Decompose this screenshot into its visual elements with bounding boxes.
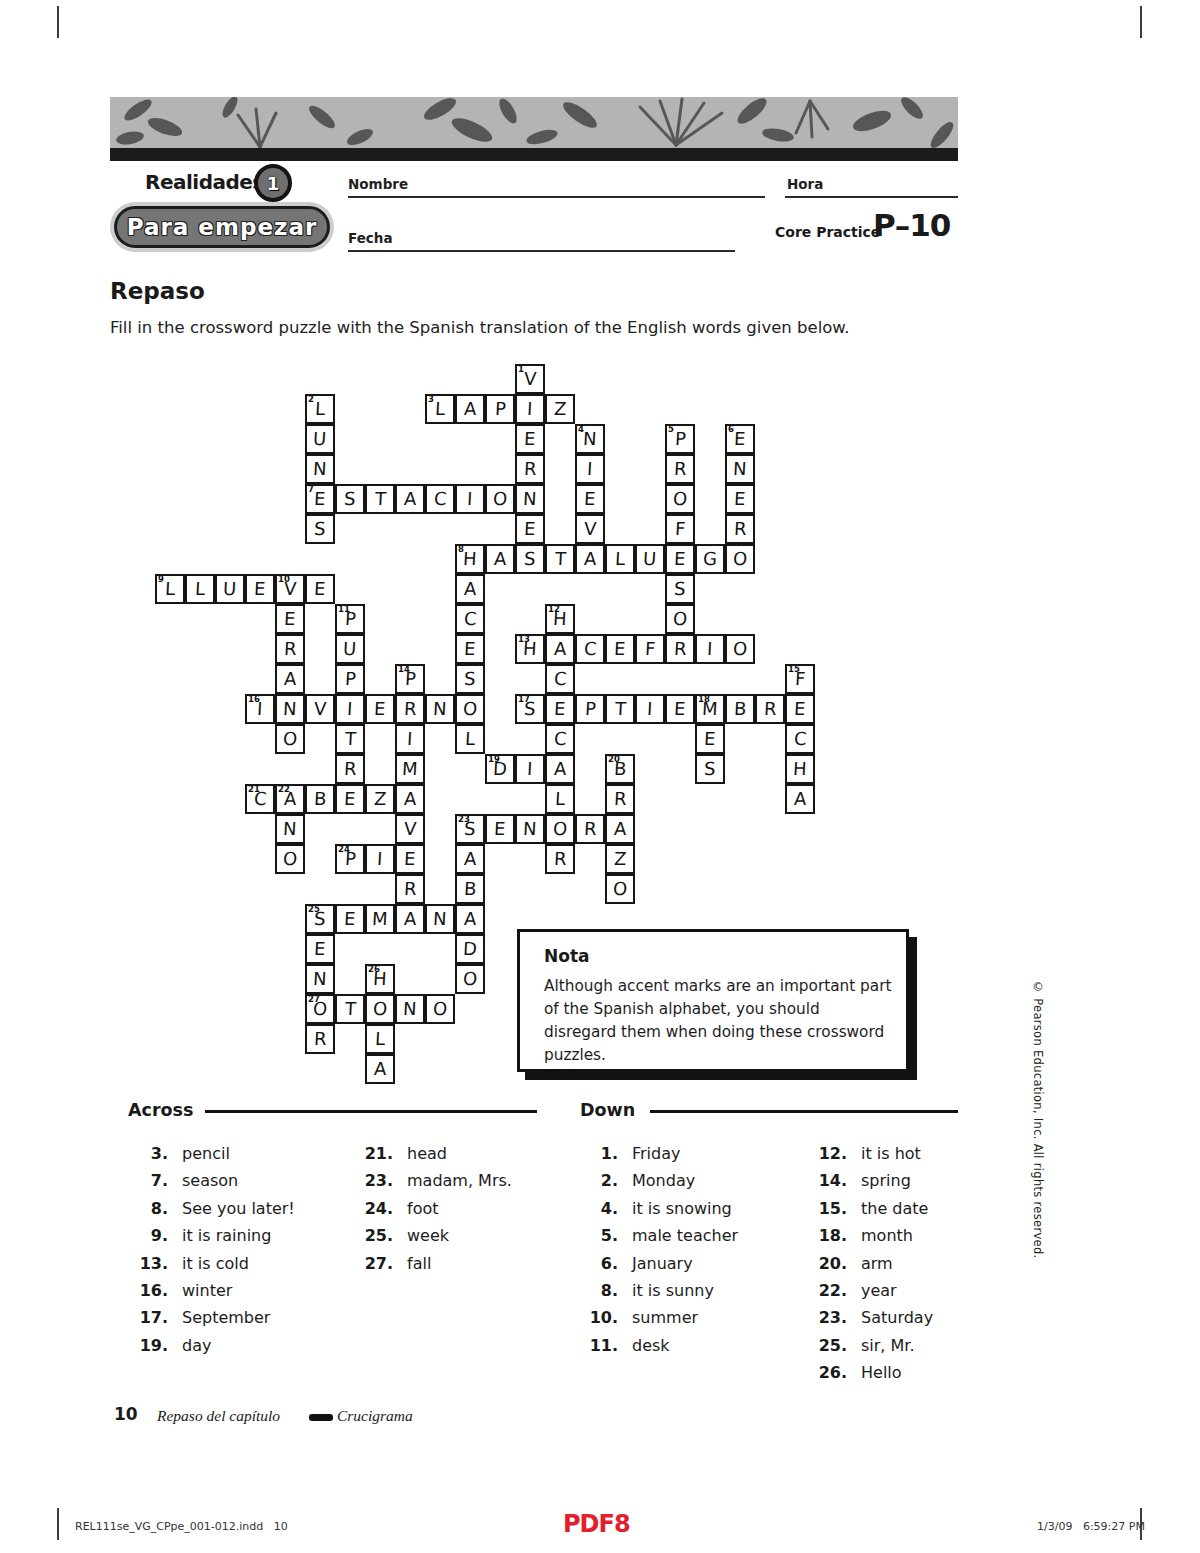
crossword-cell-r14c8[interactable]: A — [395, 784, 425, 814]
clue-item-text: January — [632, 1256, 693, 1272]
clue-item: 3.pencil — [128, 1146, 353, 1162]
clue-item-number: 23. — [807, 1310, 847, 1326]
cell-letter: R — [673, 460, 686, 478]
cell-letter: P — [344, 610, 356, 628]
cell-letter: I — [647, 700, 653, 718]
chapter-pill: Para empezar — [114, 206, 330, 248]
clue-item-number: 16. — [128, 1283, 168, 1299]
crossword-cell-r16c7[interactable]: I — [365, 844, 395, 874]
crossword-cell-r6c10[interactable]: 8H — [455, 544, 485, 574]
crossword-cell-r7c5[interactable]: E — [305, 574, 335, 604]
cell-letter: O — [732, 550, 747, 568]
crossword-cell-r4c7[interactable]: T — [365, 484, 395, 514]
cell-letter: U — [343, 640, 357, 658]
cell-letter: R — [523, 460, 536, 478]
clue-number: 2 — [308, 395, 314, 404]
nombre-input-line[interactable] — [348, 196, 765, 198]
crossword-cell-r8c13[interactable]: 12H — [545, 604, 575, 634]
crossword-cell-r14c3[interactable]: 21C — [245, 784, 275, 814]
clue-item-number: 26. — [807, 1365, 847, 1381]
clue-item-number: 20. — [807, 1256, 847, 1272]
crossword-cell-r11c3[interactable]: 16I — [245, 694, 275, 724]
clue-item: 8.it is sunny — [578, 1283, 803, 1299]
crossword-cell-r11c20[interactable]: R — [755, 694, 785, 724]
clue-item: 15.the date — [807, 1201, 1032, 1217]
crossword-cell-r6c12[interactable]: S — [515, 544, 545, 574]
crossword-cell-r4c5[interactable]: 7E — [305, 484, 335, 514]
nota-box: Nota Although accent marks are an import… — [517, 929, 909, 1072]
cell-letter: E — [344, 910, 356, 928]
across-clues-col-1: 3.pencil7.season8.See you later!9.it is … — [128, 1146, 353, 1365]
crossword-cell-r11c16[interactable]: I — [635, 694, 665, 724]
cell-letter: N — [283, 700, 297, 718]
cell-letter: C — [553, 730, 567, 748]
crossword-cell-r20c7[interactable]: 26H — [365, 964, 395, 994]
cell-letter: E — [314, 490, 326, 508]
crossword-cell-r22c5[interactable]: R — [305, 1024, 335, 1054]
core-practice-label: Core Practice — [775, 224, 880, 240]
cell-letter: A — [463, 580, 476, 598]
clue-item-number: 8. — [128, 1201, 168, 1217]
crossword-cell-r0c12[interactable]: 1V — [515, 364, 545, 394]
crossword-cell-r21c9[interactable]: O — [425, 994, 455, 1024]
crossword-cell-r11c18[interactable]: 18M — [695, 694, 725, 724]
crossword-cell-r1c12[interactable]: I — [515, 394, 545, 424]
cell-letter: N — [403, 1000, 417, 1018]
crossword-cell-r10c10[interactable]: S — [455, 664, 485, 694]
crossword-cell-r6c14[interactable]: A — [575, 544, 605, 574]
cell-letter: O — [732, 640, 747, 658]
cell-letter: F — [794, 670, 805, 688]
crossword-cell-r4c8[interactable]: A — [395, 484, 425, 514]
crossword-cell-r17c15[interactable]: O — [605, 874, 635, 904]
crossword-cell-r7c3[interactable]: E — [245, 574, 275, 604]
clue-item-text: arm — [861, 1256, 893, 1272]
crossword-cell-r1c11[interactable]: P — [485, 394, 515, 424]
header-black-bar — [110, 148, 958, 161]
crossword-cell-r18c7[interactable]: M — [365, 904, 395, 934]
crossword-cell-r5c5[interactable]: S — [305, 514, 335, 544]
crossword-cell-r9c10[interactable]: E — [455, 634, 485, 664]
crossword-cell-r11c14[interactable]: P — [575, 694, 605, 724]
cell-letter: E — [374, 700, 386, 718]
crossword-cell-r13c18[interactable]: S — [695, 754, 725, 784]
cell-letter: E — [314, 580, 326, 598]
crossword-cell-r13c21[interactable]: H — [785, 754, 815, 784]
crossword-cell-r21c7[interactable]: O — [365, 994, 395, 1024]
crossword-cell-r14c5[interactable]: B — [305, 784, 335, 814]
crossword-cell-r8c6[interactable]: 11P — [335, 604, 365, 634]
crossword-cell-r21c6[interactable]: T — [335, 994, 365, 1024]
fecha-input-line[interactable] — [348, 250, 735, 252]
crossword-cell-r3c19[interactable]: N — [725, 454, 755, 484]
crossword-cell-r20c10[interactable]: O — [455, 964, 485, 994]
crossword-cell-r5c19[interactable]: R — [725, 514, 755, 544]
crossword-cell-r11c13[interactable]: E — [545, 694, 575, 724]
cell-letter: S — [314, 520, 326, 538]
cell-letter: H — [523, 640, 537, 658]
cell-letter: N — [523, 820, 537, 838]
crossword-cell-r3c14[interactable]: I — [575, 454, 605, 484]
cell-letter: E — [314, 940, 326, 958]
crossword-cell-r15c12[interactable]: N — [515, 814, 545, 844]
crossword-cell-r2c19[interactable]: 6E — [725, 424, 755, 454]
cell-letter: I — [467, 490, 473, 508]
cell-letter: O — [612, 880, 627, 898]
crossword-cell-r14c13[interactable]: L — [545, 784, 575, 814]
crossword-cell-r2c5[interactable]: U — [305, 424, 335, 454]
cell-letter: T — [374, 490, 386, 508]
cell-letter: A — [463, 400, 476, 418]
down-clues-col-1: 1.Friday2.Monday4.it is snowing5.male te… — [578, 1146, 803, 1365]
crossword-cell-r4c19[interactable]: E — [725, 484, 755, 514]
clue-item-number: 25. — [807, 1338, 847, 1354]
crossword-cell-r11c17[interactable]: E — [665, 694, 695, 724]
cell-letter: R — [403, 880, 416, 898]
crossword-cell-r22c7[interactable]: L — [365, 1024, 395, 1054]
down-clues-col-2: 12.it is hot14.spring15.the date18.month… — [807, 1146, 1032, 1393]
cell-letter: U — [223, 580, 237, 598]
crossword-cell-r13c6[interactable]: R — [335, 754, 365, 784]
crossword-cell-r15c10[interactable]: 23S — [455, 814, 485, 844]
crossword-cell-r9c17[interactable]: R — [665, 634, 695, 664]
clue-item-text: month — [861, 1228, 913, 1244]
clue-item: 1.Friday — [578, 1146, 803, 1162]
crossword-cell-r14c21[interactable]: A — [785, 784, 815, 814]
crossword-cell-r6c16[interactable]: U — [635, 544, 665, 574]
crossword-cell-r11c6[interactable]: I — [335, 694, 365, 724]
crossword-cell-r4c6[interactable]: S — [335, 484, 365, 514]
cell-letter: E — [254, 580, 266, 598]
worksheet-page: Realidades 1 Para empezar Nombre Hora Fe… — [0, 0, 1200, 1553]
crossword-cell-r19c10[interactable]: D — [455, 934, 485, 964]
clue-item-text: sir, Mr. — [861, 1338, 915, 1354]
crossword-cell-r4c10[interactable]: I — [455, 484, 485, 514]
crossword-cell-r15c14[interactable]: R — [575, 814, 605, 844]
crossword-cell-r2c17[interactable]: 5P — [665, 424, 695, 454]
crossword-cell-r12c10[interactable]: L — [455, 724, 485, 754]
crossword-cell-r4c12[interactable]: N — [515, 484, 545, 514]
crossword-cell-r6c13[interactable]: T — [545, 544, 575, 574]
crossword-cell-r17c8[interactable]: R — [395, 874, 425, 904]
crossword-cell-r12c13[interactable]: C — [545, 724, 575, 754]
clue-item: 25.week — [353, 1228, 578, 1244]
cell-letter: L — [435, 400, 446, 418]
cell-letter: A — [793, 790, 806, 808]
clue-item-text: day — [182, 1338, 211, 1354]
crossword-cell-r3c17[interactable]: R — [665, 454, 695, 484]
clue-item-number: 25. — [353, 1228, 393, 1244]
cell-letter: Z — [613, 850, 626, 868]
crossword-cell-r7c2[interactable]: U — [215, 574, 245, 604]
dash-icon — [309, 1414, 333, 1421]
clue-item-number: 18. — [807, 1228, 847, 1244]
crossword-cell-r11c10[interactable]: O — [455, 694, 485, 724]
crossword-cell-r18c10[interactable]: A — [455, 904, 485, 934]
crossword-cell-r3c5[interactable]: N — [305, 454, 335, 484]
crossword-cell-r16c6[interactable]: 24P — [335, 844, 365, 874]
crossword-cell-r1c9[interactable]: 3L — [425, 394, 455, 424]
crossword-cell-r19c5[interactable]: E — [305, 934, 335, 964]
cell-letter: C — [583, 640, 597, 658]
cell-letter: U — [643, 550, 657, 568]
crossword-cell-r7c0[interactable]: 9L — [155, 574, 185, 604]
crossword-cell-r12c18[interactable]: E — [695, 724, 725, 754]
cell-letter: E — [734, 490, 746, 508]
crossword-cell-r10c13[interactable]: C — [545, 664, 575, 694]
crossword-cell-r16c4[interactable]: O — [275, 844, 305, 874]
crossword-cell-r9c18[interactable]: I — [695, 634, 725, 664]
crossword-cell-r10c6[interactable]: P — [335, 664, 365, 694]
crossword-cell-r11c15[interactable]: T — [605, 694, 635, 724]
crossword-cell-r11c12[interactable]: 17S — [515, 694, 545, 724]
cell-letter: A — [553, 640, 566, 658]
cell-letter: B — [613, 760, 626, 778]
crossword-cell-r9c13[interactable]: A — [545, 634, 575, 664]
cell-letter: A — [613, 820, 626, 838]
across-rule — [205, 1110, 537, 1113]
cell-letter: O — [372, 1000, 387, 1018]
crossword-cell-r13c11[interactable]: 19D — [485, 754, 515, 784]
crossword-cell-r16c10[interactable]: A — [455, 844, 485, 874]
cell-letter: O — [552, 820, 567, 838]
cell-letter: F — [644, 640, 655, 658]
clue-item-text: week — [407, 1228, 449, 1244]
cell-letter: E — [524, 430, 536, 448]
across-heading: Across — [128, 1100, 193, 1120]
crossword-cell-r15c13[interactable]: O — [545, 814, 575, 844]
crossword-cell-r17c10[interactable]: B — [455, 874, 485, 904]
clue-item: 23.madam, Mrs. — [353, 1173, 578, 1189]
clue-item: 22.year — [807, 1283, 1032, 1299]
crossword-cell-r9c15[interactable]: E — [605, 634, 635, 664]
practice-code: P–10 — [873, 207, 950, 243]
crossword-cell-r1c13[interactable]: Z — [545, 394, 575, 424]
crossword-cell-r11c4[interactable]: N — [275, 694, 305, 724]
crossword-cell-r12c4[interactable]: O — [275, 724, 305, 754]
cell-letter: C — [793, 730, 807, 748]
clue-item-number: 11. — [578, 1338, 618, 1354]
crossword-cell-r1c5[interactable]: 2L — [305, 394, 335, 424]
crossword-cell-r16c15[interactable]: Z — [605, 844, 635, 874]
clue-item-text: Hello — [861, 1365, 902, 1381]
crossword-cell-r10c21[interactable]: 15F — [785, 664, 815, 694]
crossword-cell-r11c5[interactable]: V — [305, 694, 335, 724]
clue-item-text: pencil — [182, 1146, 230, 1162]
crossword-cell-r12c21[interactable]: C — [785, 724, 815, 754]
clue-item: 7.season — [128, 1173, 353, 1189]
clue-item-number: 2. — [578, 1173, 618, 1189]
cell-letter: N — [583, 430, 597, 448]
cell-letter: A — [463, 850, 476, 868]
cell-letter: V — [283, 580, 296, 598]
crossword-cell-r6c15[interactable]: L — [605, 544, 635, 574]
crossword-cell-r13c12[interactable]: I — [515, 754, 545, 784]
clue-number: 3 — [428, 395, 434, 404]
crossword-cell-r11c21[interactable]: E — [785, 694, 815, 724]
crop-mark — [57, 6, 59, 38]
crossword-cell-r13c8[interactable]: M — [395, 754, 425, 784]
crossword-cell-r15c11[interactable]: E — [485, 814, 515, 844]
crossword-cell-r7c17[interactable]: S — [665, 574, 695, 604]
cell-letter: V — [583, 520, 596, 538]
crossword-cell-r13c13[interactable]: A — [545, 754, 575, 784]
crossword-cell-r7c10[interactable]: A — [455, 574, 485, 604]
cell-letter: R — [343, 760, 356, 778]
crossword-cell-r6c18[interactable]: G — [695, 544, 725, 574]
clue-item-number: 6. — [578, 1256, 618, 1272]
cell-letter: R — [583, 820, 596, 838]
crossword-cell-r14c6[interactable]: E — [335, 784, 365, 814]
cell-letter: Z — [553, 400, 566, 418]
crossword-cell-r18c8[interactable]: A — [395, 904, 425, 934]
cell-letter: A — [373, 1060, 386, 1078]
crossword-cell-r21c8[interactable]: N — [395, 994, 425, 1024]
print-timestamp: 1/3/09 6:59:27 PM — [1037, 1520, 1145, 1533]
copyright-sidebar: © Pearson Education, Inc. All rights res… — [1031, 980, 1045, 1310]
page-title: Repaso — [110, 278, 205, 304]
cell-letter: T — [344, 730, 356, 748]
crossword-cell-r7c4[interactable]: 10V — [275, 574, 305, 604]
cell-letter: E — [524, 520, 536, 538]
clue-item: 18.month — [807, 1228, 1032, 1244]
cell-letter: C — [253, 790, 267, 808]
crossword-cell-r11c19[interactable]: B — [725, 694, 755, 724]
crossword-cell-r10c8[interactable]: 14P — [395, 664, 425, 694]
crossword-cell-r18c9[interactable]: N — [425, 904, 455, 934]
crossword-cell-r8c10[interactable]: C — [455, 604, 485, 634]
crossword-cell-r13c15[interactable]: 20B — [605, 754, 635, 784]
clue-item-number: 27. — [353, 1256, 393, 1272]
crossword-cell-r9c12[interactable]: 13H — [515, 634, 545, 664]
clue-item: 10.summer — [578, 1310, 803, 1326]
cell-letter: S — [314, 910, 326, 928]
cell-letter: P — [404, 670, 416, 688]
crossword-cell-r18c6[interactable]: E — [335, 904, 365, 934]
clue-item-text: it is hot — [861, 1146, 921, 1162]
clue-item-number: 7. — [128, 1173, 168, 1189]
crossword-cell-r7c1[interactable]: L — [185, 574, 215, 604]
crossword-cell-r9c16[interactable]: F — [635, 634, 665, 664]
crossword-cell-r9c14[interactable]: C — [575, 634, 605, 664]
cell-letter: O — [492, 490, 507, 508]
crossword-cell-r1c10[interactable]: A — [455, 394, 485, 424]
crossword-cell-r9c4[interactable]: R — [275, 634, 305, 664]
nota-title: Nota — [544, 946, 884, 966]
cell-letter: I — [257, 700, 263, 718]
cell-letter: E — [734, 430, 746, 448]
crossword-cell-r16c8[interactable]: E — [395, 844, 425, 874]
footer-section: Repaso del capítulo — [157, 1407, 280, 1425]
cell-letter: C — [433, 490, 447, 508]
hora-input-line[interactable] — [785, 196, 958, 198]
crossword-cell-r14c4[interactable]: 22A — [275, 784, 305, 814]
crossword-cell-r10c4[interactable]: A — [275, 664, 305, 694]
clue-item-text: year — [861, 1283, 897, 1299]
crossword-cell-r16c13[interactable]: R — [545, 844, 575, 874]
cell-letter: I — [587, 460, 593, 478]
cell-letter: C — [463, 610, 477, 628]
cell-letter: H — [373, 970, 387, 988]
cell-letter: R — [673, 640, 686, 658]
crossword-cell-r6c19[interactable]: O — [725, 544, 755, 574]
crossword-cell-r14c15[interactable]: R — [605, 784, 635, 814]
crossword-cell-r20c5[interactable]: N — [305, 964, 335, 994]
clue-item: 24.foot — [353, 1201, 578, 1217]
brand-title: Realidades — [145, 170, 264, 194]
clue-item-text: Saturday — [861, 1310, 933, 1326]
crossword-cell-r4c11[interactable]: O — [485, 484, 515, 514]
cell-letter: M — [402, 760, 418, 778]
cell-letter: A — [493, 550, 506, 568]
crossword-cell-r12c6[interactable]: T — [335, 724, 365, 754]
crossword-cell-r23c7[interactable]: A — [365, 1054, 395, 1084]
crossword-cell-r6c17[interactable]: E — [665, 544, 695, 574]
cell-letter: S — [674, 580, 686, 598]
cell-letter: V — [313, 700, 326, 718]
crossword-cell-r12c8[interactable]: I — [395, 724, 425, 754]
crossword-cell-r9c6[interactable]: U — [335, 634, 365, 664]
crossword-cell-r11c7[interactable]: E — [365, 694, 395, 724]
cell-letter: T — [614, 700, 626, 718]
crossword-cell-r2c14[interactable]: 4N — [575, 424, 605, 454]
crossword-cell-r8c17[interactable]: O — [665, 604, 695, 634]
cell-letter: S — [704, 760, 716, 778]
cell-letter: N — [433, 700, 447, 718]
crossword-cell-r5c14[interactable]: V — [575, 514, 605, 544]
crossword-cell-r6c11[interactable]: A — [485, 544, 515, 574]
crossword-cell-r18c5[interactable]: 25S — [305, 904, 335, 934]
crossword-cell-r15c15[interactable]: A — [605, 814, 635, 844]
crossword-cell-r9c19[interactable]: O — [725, 634, 755, 664]
down-rule — [650, 1110, 958, 1113]
clue-number: 9 — [158, 575, 164, 584]
cell-letter: M — [702, 700, 718, 718]
crossword-cell-r11c9[interactable]: N — [425, 694, 455, 724]
clue-item: 23.Saturday — [807, 1310, 1032, 1326]
crossword-cell-r11c8[interactable]: R — [395, 694, 425, 724]
cell-letter: R — [283, 640, 296, 658]
crossword-cell-r14c7[interactable]: Z — [365, 784, 395, 814]
crossword-cell-r4c17[interactable]: O — [665, 484, 695, 514]
cell-letter: R — [313, 1030, 326, 1048]
cell-letter: O — [282, 730, 297, 748]
cell-letter: O — [282, 850, 297, 868]
clue-item-text: it is cold — [182, 1256, 249, 1272]
crossword-cell-r5c17[interactable]: F — [665, 514, 695, 544]
clue-item-text: See you later! — [182, 1201, 295, 1217]
clue-item-number: 8. — [578, 1283, 618, 1299]
crossword-cell-r4c9[interactable]: C — [425, 484, 455, 514]
crossword-cell-r8c4[interactable]: E — [275, 604, 305, 634]
crossword-cell-r21c5[interactable]: 27O — [305, 994, 335, 1024]
cell-letter: L — [555, 790, 566, 808]
crossword-cell-r5c12[interactable]: E — [515, 514, 545, 544]
crossword-cell-r2c12[interactable]: E — [515, 424, 545, 454]
crossword-cell-r15c4[interactable]: N — [275, 814, 305, 844]
crossword-cell-r3c12[interactable]: R — [515, 454, 545, 484]
cell-letter: H — [793, 760, 807, 778]
page-number: 10 — [114, 1404, 138, 1424]
crossword-cell-r4c14[interactable]: E — [575, 484, 605, 514]
clue-item-text: Monday — [632, 1173, 695, 1189]
cell-letter: B — [463, 880, 476, 898]
cell-letter: T — [344, 1000, 356, 1018]
cell-letter: L — [615, 550, 626, 568]
cell-letter: A — [403, 490, 416, 508]
crossword-cell-r15c8[interactable]: V — [395, 814, 425, 844]
cell-letter: O — [462, 700, 477, 718]
